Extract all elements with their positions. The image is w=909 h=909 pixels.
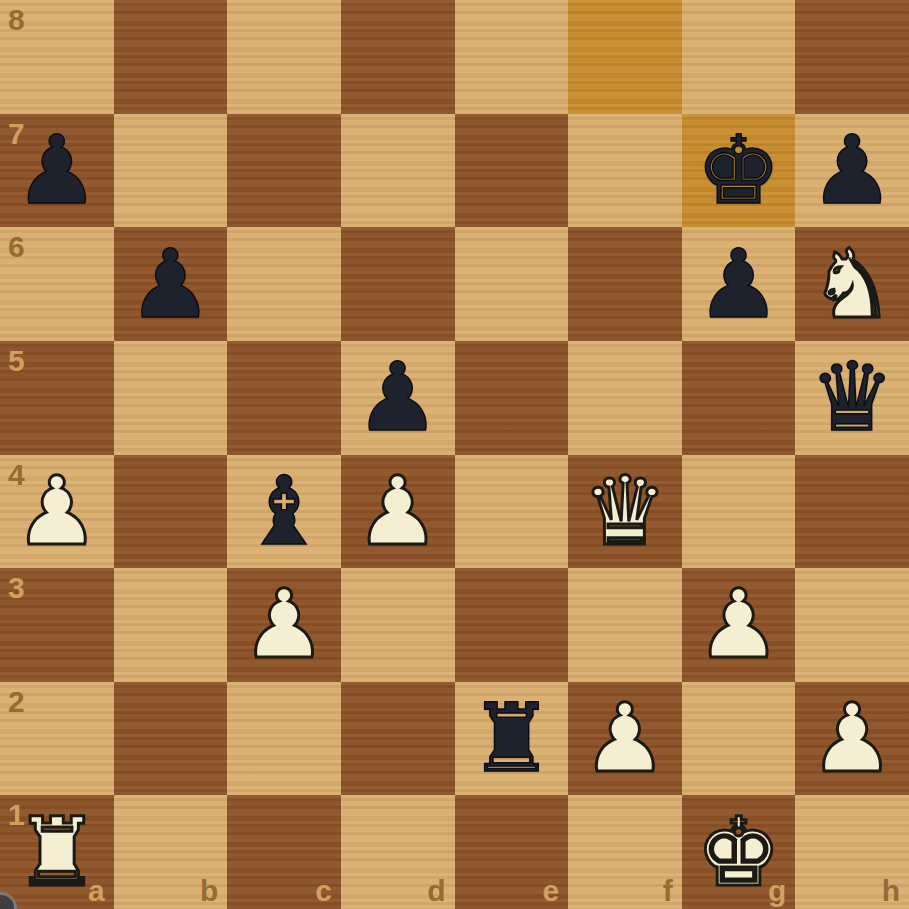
square-c5[interactable] xyxy=(227,341,341,455)
rank-label-5: 5 xyxy=(8,344,25,378)
white-pawn-piece[interactable]: ♟ xyxy=(341,455,455,569)
file-label-c: c xyxy=(315,874,332,908)
square-h5[interactable]: ♛ xyxy=(795,341,909,455)
square-d1[interactable]: d xyxy=(341,795,455,909)
rank-label-1: 1 xyxy=(8,798,25,832)
black-pawn-piece[interactable]: ♟ xyxy=(114,227,228,341)
rank-label-3: 3 xyxy=(8,571,25,605)
square-c4[interactable]: ♝ xyxy=(227,455,341,569)
rank-label-6: 6 xyxy=(8,230,25,264)
square-d7[interactable] xyxy=(341,114,455,228)
square-e2[interactable]: ♜ xyxy=(455,682,569,796)
file-label-b: b xyxy=(200,874,218,908)
square-a7[interactable]: 7♟ xyxy=(0,114,114,228)
square-h8[interactable] xyxy=(795,0,909,114)
square-c7[interactable] xyxy=(227,114,341,228)
square-a4[interactable]: 4♟ xyxy=(0,455,114,569)
square-a3[interactable]: 3 xyxy=(0,568,114,682)
file-label-a: a xyxy=(88,874,105,908)
square-h1[interactable]: h xyxy=(795,795,909,909)
white-queen-piece[interactable]: ♛ xyxy=(568,455,682,569)
square-c3[interactable]: ♟ xyxy=(227,568,341,682)
square-g3[interactable]: ♟ xyxy=(682,568,796,682)
square-e5[interactable] xyxy=(455,341,569,455)
rank-label-8: 8 xyxy=(8,3,25,37)
white-pawn-piece[interactable]: ♟ xyxy=(227,568,341,682)
square-c6[interactable] xyxy=(227,227,341,341)
black-queen-piece[interactable]: ♛ xyxy=(795,341,909,455)
square-f5[interactable] xyxy=(568,341,682,455)
black-bishop-piece[interactable]: ♝ xyxy=(227,455,341,569)
square-g8[interactable] xyxy=(682,0,796,114)
square-a2[interactable]: 2 xyxy=(0,682,114,796)
black-king-piece[interactable]: ♚ xyxy=(682,114,796,228)
black-pawn-piece[interactable]: ♟ xyxy=(682,227,796,341)
white-pawn-piece[interactable]: ♟ xyxy=(795,682,909,796)
square-d4[interactable]: ♟ xyxy=(341,455,455,569)
square-g5[interactable] xyxy=(682,341,796,455)
square-b7[interactable] xyxy=(114,114,228,228)
square-e3[interactable] xyxy=(455,568,569,682)
white-pawn-piece[interactable]: ♟ xyxy=(568,682,682,796)
square-f6[interactable] xyxy=(568,227,682,341)
square-d5[interactable]: ♟ xyxy=(341,341,455,455)
square-e6[interactable] xyxy=(455,227,569,341)
square-h3[interactable] xyxy=(795,568,909,682)
square-a8[interactable]: 8 xyxy=(0,0,114,114)
square-d6[interactable] xyxy=(341,227,455,341)
square-d8[interactable] xyxy=(341,0,455,114)
square-h2[interactable]: ♟ xyxy=(795,682,909,796)
square-d3[interactable] xyxy=(341,568,455,682)
file-label-e: e xyxy=(542,874,559,908)
file-label-d: d xyxy=(427,874,445,908)
square-e4[interactable] xyxy=(455,455,569,569)
square-a5[interactable]: 5 xyxy=(0,341,114,455)
square-c8[interactable] xyxy=(227,0,341,114)
square-g7[interactable]: ♚ xyxy=(682,114,796,228)
rank-label-2: 2 xyxy=(8,685,25,719)
square-h7[interactable]: ♟ xyxy=(795,114,909,228)
square-b8[interactable] xyxy=(114,0,228,114)
square-a1[interactable]: 1a♜ xyxy=(0,795,114,909)
square-c2[interactable] xyxy=(227,682,341,796)
square-f1[interactable]: f xyxy=(568,795,682,909)
rank-label-7: 7 xyxy=(8,117,25,151)
square-c1[interactable]: c xyxy=(227,795,341,909)
square-b4[interactable] xyxy=(114,455,228,569)
square-d2[interactable] xyxy=(341,682,455,796)
rank-label-4: 4 xyxy=(8,458,25,492)
square-h6[interactable]: ♞ xyxy=(795,227,909,341)
square-e7[interactable] xyxy=(455,114,569,228)
white-pawn-piece[interactable]: ♟ xyxy=(682,568,796,682)
file-label-f: f xyxy=(663,874,673,908)
black-rook-piece[interactable]: ♜ xyxy=(455,682,569,796)
square-f8[interactable] xyxy=(568,0,682,114)
square-e1[interactable]: e xyxy=(455,795,569,909)
chess-board: 87♟♚♟6♟♟♞5♟♛4♟♝♟♛3♟♟2♜♟♟1a♜bcdefg♚h xyxy=(0,0,909,909)
square-f4[interactable]: ♛ xyxy=(568,455,682,569)
square-h4[interactable] xyxy=(795,455,909,569)
square-b6[interactable]: ♟ xyxy=(114,227,228,341)
square-b2[interactable] xyxy=(114,682,228,796)
square-f3[interactable] xyxy=(568,568,682,682)
square-e8[interactable] xyxy=(455,0,569,114)
square-g2[interactable] xyxy=(682,682,796,796)
square-g1[interactable]: g♚ xyxy=(682,795,796,909)
square-b5[interactable] xyxy=(114,341,228,455)
square-b3[interactable] xyxy=(114,568,228,682)
file-label-h: h xyxy=(882,874,900,908)
square-g4[interactable] xyxy=(682,455,796,569)
square-f7[interactable] xyxy=(568,114,682,228)
square-a6[interactable]: 6 xyxy=(0,227,114,341)
square-g6[interactable]: ♟ xyxy=(682,227,796,341)
file-label-g: g xyxy=(768,874,786,908)
square-b1[interactable]: b xyxy=(114,795,228,909)
white-knight-piece[interactable]: ♞ xyxy=(795,227,909,341)
black-pawn-piece[interactable]: ♟ xyxy=(795,114,909,228)
black-pawn-piece[interactable]: ♟ xyxy=(341,341,455,455)
square-f2[interactable]: ♟ xyxy=(568,682,682,796)
